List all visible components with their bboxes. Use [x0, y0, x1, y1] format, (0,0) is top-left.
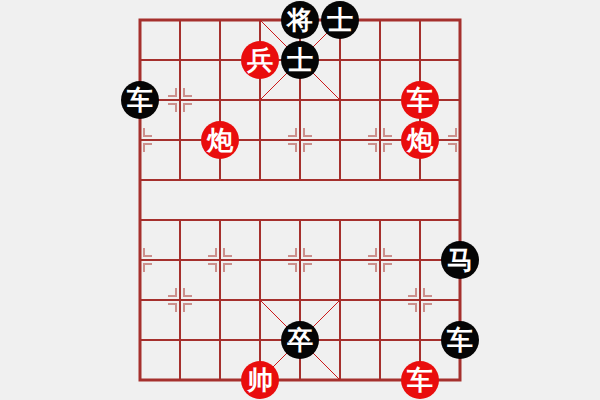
piece-black-general[interactable]: 将 — [281, 1, 319, 39]
piece-red-general[interactable]: 帅 — [241, 361, 279, 399]
piece-red-soldier[interactable]: 兵 — [241, 41, 279, 79]
pieces-layer: 将士兵士车车炮炮马卒车帅车 — [0, 0, 600, 400]
piece-label: 士 — [327, 7, 353, 33]
piece-label: 炮 — [207, 127, 233, 153]
piece-red-chariot[interactable]: 车 — [401, 361, 439, 399]
piece-label: 将 — [287, 7, 313, 33]
xiangqi-app: 将士兵士车车炮炮马卒车帅车 — [0, 0, 600, 400]
piece-label: 车 — [407, 367, 433, 393]
piece-label: 兵 — [247, 47, 273, 73]
piece-black-advisor[interactable]: 士 — [321, 1, 359, 39]
piece-red-cannon[interactable]: 炮 — [201, 121, 239, 159]
piece-black-chariot[interactable]: 车 — [121, 81, 159, 119]
piece-black-advisor[interactable]: 士 — [281, 41, 319, 79]
piece-label: 帅 — [247, 367, 273, 393]
piece-label: 士 — [287, 47, 313, 73]
piece-label: 炮 — [407, 127, 433, 153]
piece-label: 马 — [447, 247, 473, 273]
piece-black-horse[interactable]: 马 — [441, 241, 479, 279]
piece-red-cannon[interactable]: 炮 — [401, 121, 439, 159]
piece-black-chariot[interactable]: 车 — [441, 321, 479, 359]
piece-label: 卒 — [287, 327, 313, 353]
piece-red-chariot[interactable]: 车 — [401, 81, 439, 119]
piece-black-soldier[interactable]: 卒 — [281, 321, 319, 359]
piece-label: 车 — [407, 87, 433, 113]
piece-label: 车 — [447, 327, 473, 353]
piece-label: 车 — [127, 87, 153, 113]
